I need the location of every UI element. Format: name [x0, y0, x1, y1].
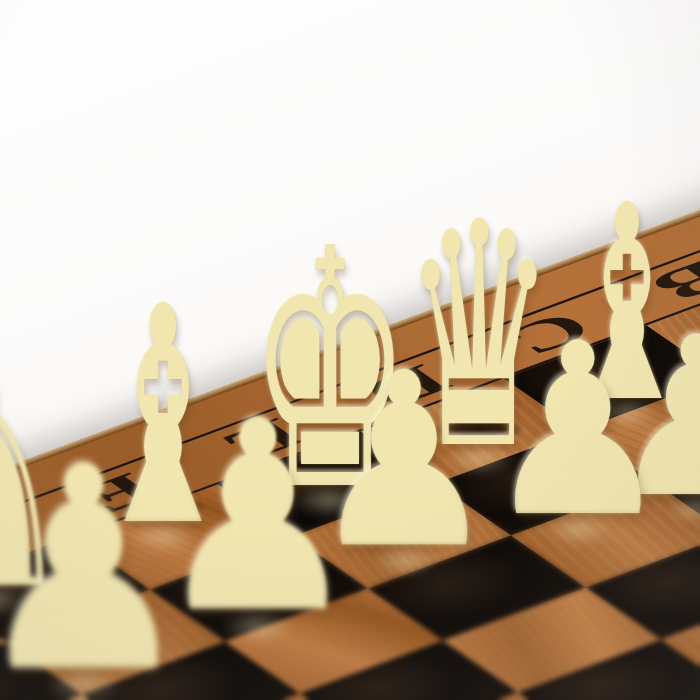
chess-board: HGFEDCBA [0, 157, 700, 700]
chess-photo-scene: HGFEDCBA ♝♛♚♟♟♝♟♞♟♟ [0, 0, 700, 700]
file-letter-b: B [638, 253, 700, 309]
